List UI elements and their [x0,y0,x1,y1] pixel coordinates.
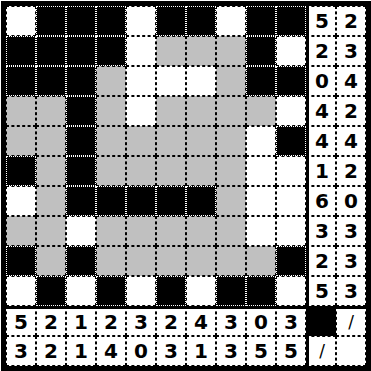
cell-r7c2[interactable] [66,216,96,246]
cell-r8c1[interactable] [36,246,66,276]
cell-r9c7[interactable] [216,276,246,306]
col-clue-9-0: 3 [276,306,306,336]
cell-r3c9[interactable] [276,96,306,126]
cell-r1c7[interactable] [216,36,246,66]
cell-r0c7[interactable] [216,6,246,36]
row-clue-3-0: 4 [306,96,336,126]
col-clue-9-1: 5 [276,336,306,366]
row-clue-8-1: 3 [336,246,366,276]
col-clue-2-0: 1 [66,306,96,336]
col-clue-6-1: 1 [186,336,216,366]
cell-r3c6[interactable] [186,96,216,126]
cell-r1c0[interactable] [6,36,36,66]
cell-r8c8[interactable] [246,246,276,276]
cell-r8c0[interactable] [6,246,36,276]
cell-r1c4[interactable] [126,36,156,66]
cell-r2c6[interactable] [186,66,216,96]
cell-r5c2[interactable] [66,156,96,186]
cell-r2c9[interactable] [276,66,306,96]
cell-r0c2[interactable] [66,6,96,36]
cell-r9c4[interactable] [126,276,156,306]
col-clue-6-0: 4 [186,306,216,336]
cell-r8c3[interactable] [96,246,126,276]
row-clue-6-1: 0 [336,186,366,216]
cell-r0c1[interactable] [36,6,66,36]
cell-r7c9[interactable] [276,216,306,246]
cell-r7c1[interactable] [36,216,66,246]
cell-r6c3[interactable] [96,186,126,216]
cell-r6c4[interactable] [126,186,156,216]
cell-r1c8[interactable] [246,36,276,66]
cell-r9c5[interactable] [156,276,186,306]
cell-r4c4[interactable] [126,126,156,156]
cell-r4c7[interactable] [216,126,246,156]
cell-r6c1[interactable] [36,186,66,216]
row-clue-5-0: 1 [306,156,336,186]
cell-r7c8[interactable] [246,216,276,246]
corner-slash-cell: / [336,306,366,336]
cell-r8c6[interactable] [186,246,216,276]
row-clue-0-0: 5 [306,6,336,36]
cell-r0c5[interactable] [156,6,186,36]
row-clue-7-0: 3 [306,216,336,246]
row-clue-0-1: 2 [336,6,366,36]
cell-r5c8[interactable] [246,156,276,186]
cell-r4c2[interactable] [66,126,96,156]
col-clue-8-1: 5 [246,336,276,366]
cell-r4c6[interactable] [186,126,216,156]
cell-r0c9[interactable] [276,6,306,36]
row-clue-4-1: 4 [336,126,366,156]
cell-r1c1[interactable] [36,36,66,66]
cell-r3c0[interactable] [6,96,36,126]
row-clue-1-1: 3 [336,36,366,66]
cell-r4c8[interactable] [246,126,276,156]
row-clue-9-1: 3 [336,276,366,306]
cell-r3c2[interactable] [66,96,96,126]
cell-r7c0[interactable] [6,216,36,246]
cell-r3c5[interactable] [156,96,186,126]
cell-r6c6[interactable] [186,186,216,216]
col-clue-8-0: 0 [246,306,276,336]
cell-r7c7[interactable] [216,216,246,246]
cell-r2c0[interactable] [6,66,36,96]
col-clue-0-0: 5 [6,306,36,336]
cell-r5c6[interactable] [186,156,216,186]
cell-r5c3[interactable] [96,156,126,186]
corner-black-cell [306,306,336,336]
cell-r0c6[interactable] [186,6,216,36]
cell-r5c4[interactable] [126,156,156,186]
cell-r6c0[interactable] [6,186,36,216]
cell-r2c3[interactable] [96,66,126,96]
cell-r8c7[interactable] [216,246,246,276]
cell-r8c2[interactable] [66,246,96,276]
cell-r0c4[interactable] [126,6,156,36]
col-clue-3-1: 4 [96,336,126,366]
cell-r9c8[interactable] [246,276,276,306]
cell-r1c2[interactable] [66,36,96,66]
puzzle-board: 522304424412603323535212324303/321403135… [1,1,371,371]
cell-r7c5[interactable] [156,216,186,246]
cell-r9c1[interactable] [36,276,66,306]
row-clue-2-1: 4 [336,66,366,96]
col-clue-5-1: 3 [156,336,186,366]
cell-r5c9[interactable] [276,156,306,186]
row-clue-7-1: 3 [336,216,366,246]
cell-r9c3[interactable] [96,276,126,306]
row-clue-9-0: 5 [306,276,336,306]
cell-r8c9[interactable] [276,246,306,276]
cell-r1c5[interactable] [156,36,186,66]
col-clue-4-1: 0 [126,336,156,366]
cell-r6c7[interactable] [216,186,246,216]
cell-r9c9[interactable] [276,276,306,306]
cell-r3c7[interactable] [216,96,246,126]
cell-r6c9[interactable] [276,186,306,216]
col-clue-5-0: 2 [156,306,186,336]
cell-r9c2[interactable] [66,276,96,306]
cell-r3c8[interactable] [246,96,276,126]
cell-r1c6[interactable] [186,36,216,66]
row-clue-1-0: 2 [306,36,336,66]
col-clue-7-1: 3 [216,336,246,366]
col-clue-4-0: 3 [126,306,156,336]
cell-r5c1[interactable] [36,156,66,186]
col-clue-7-0: 3 [216,306,246,336]
cell-r0c8[interactable] [246,6,276,36]
cell-r2c5[interactable] [156,66,186,96]
cell-r4c0[interactable] [6,126,36,156]
row-clue-8-0: 2 [306,246,336,276]
cell-r2c7[interactable] [216,66,246,96]
col-clue-3-0: 2 [96,306,126,336]
cell-r3c4[interactable] [126,96,156,126]
cell-r2c4[interactable] [126,66,156,96]
cell-r6c2[interactable] [66,186,96,216]
col-clue-1-0: 2 [36,306,66,336]
cell-r6c8[interactable] [246,186,276,216]
cell-r2c8[interactable] [246,66,276,96]
col-clue-2-1: 1 [66,336,96,366]
cell-r0c0[interactable] [6,6,36,36]
cell-r3c1[interactable] [36,96,66,126]
row-clue-3-1: 2 [336,96,366,126]
col-clue-0-1: 3 [6,336,36,366]
cell-r8c5[interactable] [156,246,186,276]
cell-r0c3[interactable] [96,6,126,36]
cell-r2c2[interactable] [66,66,96,96]
cell-r7c4[interactable] [126,216,156,246]
row-clue-2-0: 0 [306,66,336,96]
cell-r5c5[interactable] [156,156,186,186]
cell-r1c9[interactable] [276,36,306,66]
cell-r3c3[interactable] [96,96,126,126]
col-clue-1-1: 2 [36,336,66,366]
cell-r8c4[interactable] [126,246,156,276]
cell-r4c3[interactable] [96,126,126,156]
corner-empty-cell [336,336,366,366]
row-clue-6-0: 6 [306,186,336,216]
cell-r9c0[interactable] [6,276,36,306]
cell-r7c6[interactable] [186,216,216,246]
cell-r4c9[interactable] [276,126,306,156]
cell-r2c1[interactable] [36,66,66,96]
cell-r6c5[interactable] [156,186,186,216]
cell-r9c6[interactable] [186,276,216,306]
cell-r4c1[interactable] [36,126,66,156]
cell-r5c0[interactable] [6,156,36,186]
cell-r7c3[interactable] [96,216,126,246]
corner-slash-cell: / [306,336,336,366]
row-clue-4-0: 4 [306,126,336,156]
cell-r4c5[interactable] [156,126,186,156]
row-clue-5-1: 2 [336,156,366,186]
cell-r5c7[interactable] [216,156,246,186]
cell-r1c3[interactable] [96,36,126,66]
